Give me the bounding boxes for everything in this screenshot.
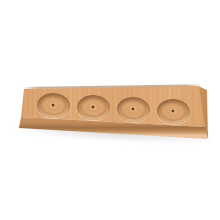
pit-2[interactable] — [76, 94, 110, 121]
pit-cell-4[interactable] — [152, 95, 193, 127]
pit-center-hole — [91, 105, 94, 108]
pit-center-hole — [171, 109, 174, 112]
pit-center-hole — [131, 107, 134, 110]
pit-4[interactable] — [156, 98, 190, 125]
pit-3[interactable] — [116, 96, 150, 123]
pit-cell-2[interactable] — [72, 91, 113, 123]
wooden-tray-board — [17, 81, 212, 145]
pit-cell-3[interactable] — [112, 93, 153, 125]
photo-canvas — [0, 0, 220, 220]
pit-center-hole — [52, 103, 55, 106]
pit-cell-1[interactable] — [32, 89, 73, 121]
pit-1[interactable] — [36, 92, 70, 119]
